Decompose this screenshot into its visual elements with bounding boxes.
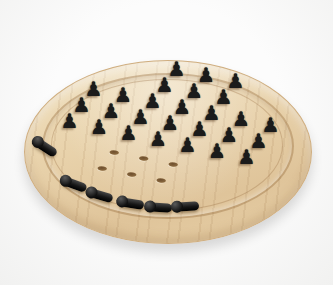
peg-standing[interactable]: ♟ bbox=[237, 147, 255, 167]
peg-standing[interactable]: ♟ bbox=[149, 129, 167, 149]
empty-hole bbox=[108, 149, 120, 155]
peg-removed[interactable] bbox=[147, 202, 172, 212]
peg-standing[interactable]: ♟ bbox=[208, 141, 226, 161]
peg-standing[interactable]: ♟ bbox=[178, 135, 196, 155]
peg-standing[interactable]: ♟ bbox=[119, 123, 137, 143]
empty-hole bbox=[96, 165, 108, 171]
empty-hole bbox=[155, 177, 167, 183]
solitaire-photo: ♟♟♟♟♟♟♟♟♟♟♟♟♟♟♟♟♟♟♟♟♟♟♟♟♟♟♟ bbox=[0, 0, 333, 285]
peg-standing[interactable]: ♟ bbox=[90, 117, 108, 137]
peg-standing[interactable]: ♟ bbox=[60, 111, 78, 131]
empty-hole bbox=[126, 171, 138, 177]
empty-hole bbox=[167, 161, 179, 167]
empty-hole bbox=[138, 155, 150, 161]
peg-removed[interactable] bbox=[174, 201, 200, 212]
